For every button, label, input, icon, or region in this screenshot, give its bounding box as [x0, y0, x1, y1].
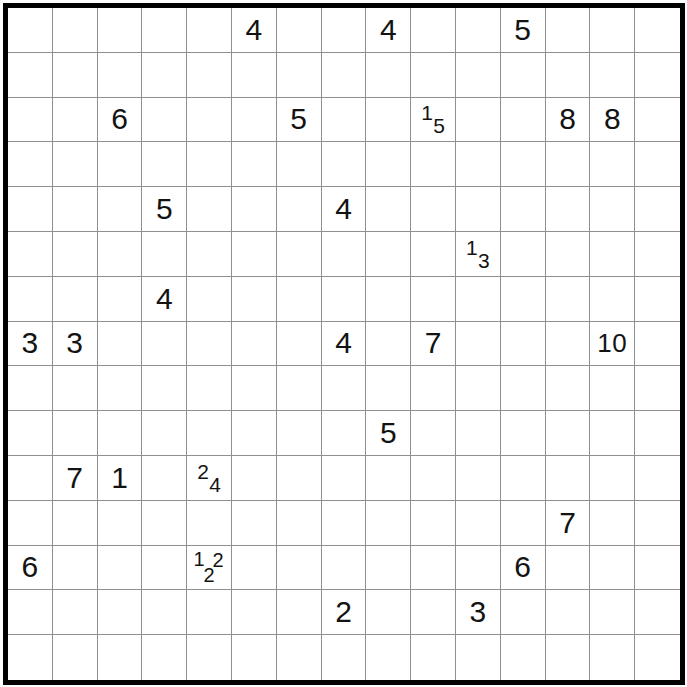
cell-r1-c7[interactable] — [322, 53, 367, 98]
cell-r10-c9[interactable] — [411, 456, 456, 501]
cell-r13-c5[interactable] — [232, 590, 277, 635]
cell-r4-c12[interactable] — [546, 187, 591, 232]
cell-r2-c8[interactable] — [366, 98, 411, 143]
cell-r2-c0[interactable] — [8, 98, 53, 143]
clue-digit: 7 — [66, 463, 83, 493]
cell-r0-c3[interactable] — [142, 8, 187, 53]
cell-r13-c3[interactable] — [142, 590, 187, 635]
cell-r9-c8[interactable]: 5 — [366, 411, 411, 456]
cell-r0-c4[interactable] — [187, 8, 232, 53]
cell-r14-c3[interactable] — [142, 635, 187, 680]
clue-digit: 8 — [604, 104, 621, 134]
cell-r5-c12[interactable] — [546, 232, 591, 277]
cell-r11-c2[interactable] — [98, 501, 143, 546]
cell-r1-c8[interactable] — [366, 53, 411, 98]
cell-r7-c6[interactable] — [277, 322, 322, 367]
cell-r4-c1[interactable] — [53, 187, 98, 232]
cell-r13-c13[interactable] — [590, 590, 635, 635]
cell-r14-c10[interactable] — [456, 635, 501, 680]
cell-r0-c14[interactable] — [635, 8, 680, 53]
cell-r11-c9[interactable] — [411, 501, 456, 546]
cell-r8-c11[interactable] — [501, 366, 546, 411]
clue-digit: 1 — [466, 236, 478, 257]
cell-r7-c12[interactable] — [546, 322, 591, 367]
clue-digit: 4 — [246, 15, 263, 45]
cell-r9-c1[interactable] — [53, 411, 98, 456]
clue-digit: 5 — [433, 115, 445, 136]
cell-r5-c5[interactable] — [232, 232, 277, 277]
cell-r2-c7[interactable] — [322, 98, 367, 143]
cell-r0-c12[interactable] — [546, 8, 591, 53]
cell-r8-c0[interactable] — [8, 366, 53, 411]
cell-r9-c6[interactable] — [277, 411, 322, 456]
cell-r6-c14[interactable] — [635, 277, 680, 322]
cell-r10-c10[interactable] — [456, 456, 501, 501]
cell-r4-c11[interactable] — [501, 187, 546, 232]
cell-r0-c13[interactable] — [590, 8, 635, 53]
cell-r2-c13[interactable]: 8 — [590, 98, 635, 143]
cell-r1-c3[interactable] — [142, 53, 187, 98]
cell-r9-c0[interactable] — [8, 411, 53, 456]
cell-r5-c4[interactable] — [187, 232, 232, 277]
cell-r6-c12[interactable] — [546, 277, 591, 322]
cell-r5-c8[interactable] — [366, 232, 411, 277]
cell-r7-c2[interactable] — [98, 322, 143, 367]
cell-r4-c9[interactable] — [411, 187, 456, 232]
cell-r13-c0[interactable] — [8, 590, 53, 635]
cell-r10-c11[interactable] — [501, 456, 546, 501]
cell-r9-c12[interactable] — [546, 411, 591, 456]
cell-r1-c6[interactable] — [277, 53, 322, 98]
cell-r10-c8[interactable] — [366, 456, 411, 501]
cell-r6-c8[interactable] — [366, 277, 411, 322]
cell-r3-c6[interactable] — [277, 142, 322, 187]
cell-r9-c3[interactable] — [142, 411, 187, 456]
cell-r0-c5[interactable]: 4 — [232, 8, 277, 53]
cell-r7-c0[interactable]: 3 — [8, 322, 53, 367]
cell-r10-c5[interactable] — [232, 456, 277, 501]
cell-r3-c0[interactable] — [8, 142, 53, 187]
cell-r9-c2[interactable] — [98, 411, 143, 456]
cell-r7-c11[interactable] — [501, 322, 546, 367]
cell-r8-c5[interactable] — [232, 366, 277, 411]
cell-r13-c9[interactable] — [411, 590, 456, 635]
cell-r12-c12[interactable] — [546, 546, 591, 591]
cell-r13-c14[interactable] — [635, 590, 680, 635]
cell-r14-c14[interactable] — [635, 635, 680, 680]
cell-r11-c0[interactable] — [8, 501, 53, 546]
cell-r10-c13[interactable] — [590, 456, 635, 501]
cell-r3-c11[interactable] — [501, 142, 546, 187]
cell-r3-c13[interactable] — [590, 142, 635, 187]
cell-r14-c0[interactable] — [8, 635, 53, 680]
cell-r6-c0[interactable] — [8, 277, 53, 322]
cell-r13-c10[interactable]: 3 — [456, 590, 501, 635]
cell-r13-c2[interactable] — [98, 590, 143, 635]
cell-r6-c7[interactable] — [322, 277, 367, 322]
cell-r14-c4[interactable] — [187, 635, 232, 680]
cell-r10-c3[interactable] — [142, 456, 187, 501]
cell-r11-c4[interactable] — [187, 501, 232, 546]
cell-r3-c1[interactable] — [53, 142, 98, 187]
cell-r14-c1[interactable] — [53, 635, 98, 680]
clue-digit: 4 — [156, 284, 173, 314]
cell-r2-c5[interactable] — [232, 98, 277, 143]
cell-r4-c13[interactable] — [590, 187, 635, 232]
cell-r5-c7[interactable] — [322, 232, 367, 277]
cell-r10-c0[interactable] — [8, 456, 53, 501]
clue-digit: 6 — [22, 552, 39, 582]
cell-r3-c12[interactable] — [546, 142, 591, 187]
cell-r14-c2[interactable] — [98, 635, 143, 680]
cell-r8-c10[interactable] — [456, 366, 501, 411]
cell-r2-c11[interactable] — [501, 98, 546, 143]
clue-digit: 3 — [22, 328, 39, 358]
cell-r4-c14[interactable] — [635, 187, 680, 232]
cell-r13-c6[interactable] — [277, 590, 322, 635]
cell-r1-c4[interactable] — [187, 53, 232, 98]
cell-r0-c0[interactable] — [8, 8, 53, 53]
cell-r9-c7[interactable] — [322, 411, 367, 456]
cell-r3-c3[interactable] — [142, 142, 187, 187]
cell-r12-c8[interactable] — [366, 546, 411, 591]
puzzle-board: 445651588541343347105712476122623 — [3, 3, 685, 685]
cell-r3-c7[interactable] — [322, 142, 367, 187]
cell-r6-c2[interactable] — [98, 277, 143, 322]
cell-r11-c13[interactable] — [590, 501, 635, 546]
cell-r3-c4[interactable] — [187, 142, 232, 187]
cell-r7-c7[interactable]: 4 — [322, 322, 367, 367]
cell-r14-c11[interactable] — [501, 635, 546, 680]
cell-r7-c10[interactable] — [456, 322, 501, 367]
cell-r5-c3[interactable] — [142, 232, 187, 277]
cell-r0-c8[interactable]: 4 — [366, 8, 411, 53]
clue-digit: 5 — [290, 104, 307, 134]
cell-r4-c3[interactable]: 5 — [142, 187, 187, 232]
cell-r9-c5[interactable] — [232, 411, 277, 456]
cell-r12-c7[interactable] — [322, 546, 367, 591]
cell-r1-c0[interactable] — [8, 53, 53, 98]
cell-r12-c11[interactable]: 6 — [501, 546, 546, 591]
cell-r5-c6[interactable] — [277, 232, 322, 277]
cell-r6-c9[interactable] — [411, 277, 456, 322]
cell-r8-c6[interactable] — [277, 366, 322, 411]
cell-r1-c10[interactable] — [456, 53, 501, 98]
cell-r1-c9[interactable] — [411, 53, 456, 98]
cell-r3-c2[interactable] — [98, 142, 143, 187]
cell-r12-c14[interactable] — [635, 546, 680, 591]
cell-r6-c13[interactable] — [590, 277, 635, 322]
cell-r10-c7[interactable] — [322, 456, 367, 501]
clue-digit: 3 — [470, 597, 487, 627]
cell-r2-c3[interactable] — [142, 98, 187, 143]
cell-r12-c3[interactable] — [142, 546, 187, 591]
cell-r12-c13[interactable] — [590, 546, 635, 591]
cell-r5-c11[interactable] — [501, 232, 546, 277]
cell-r2-c10[interactable] — [456, 98, 501, 143]
cell-r0-c9[interactable] — [411, 8, 456, 53]
cell-r2-c9[interactable]: 15 — [411, 98, 456, 143]
cell-r14-c7[interactable] — [322, 635, 367, 680]
clue-digit: 5 — [156, 194, 173, 224]
cell-r3-c14[interactable] — [635, 142, 680, 187]
cell-r4-c6[interactable] — [277, 187, 322, 232]
cell-r9-c4[interactable] — [187, 411, 232, 456]
cell-r1-c14[interactable] — [635, 53, 680, 98]
cell-r12-c0[interactable]: 6 — [8, 546, 53, 591]
cell-r2-c1[interactable] — [53, 98, 98, 143]
cell-r2-c6[interactable]: 5 — [277, 98, 322, 143]
cell-r4-c10[interactable] — [456, 187, 501, 232]
cell-r4-c7[interactable]: 4 — [322, 187, 367, 232]
cell-r0-c2[interactable] — [98, 8, 143, 53]
cell-r8-c2[interactable] — [98, 366, 143, 411]
cell-r11-c8[interactable] — [366, 501, 411, 546]
cell-r0-c1[interactable] — [53, 8, 98, 53]
cell-r11-c7[interactable] — [322, 501, 367, 546]
cell-r1-c12[interactable] — [546, 53, 591, 98]
cell-r0-c11[interactable]: 5 — [501, 8, 546, 53]
cell-r13-c7[interactable]: 2 — [322, 590, 367, 635]
cell-r8-c9[interactable] — [411, 366, 456, 411]
clue-digit: 6 — [111, 104, 128, 134]
cell-r2-c12[interactable]: 8 — [546, 98, 591, 143]
cell-r14-c9[interactable] — [411, 635, 456, 680]
cell-r13-c4[interactable] — [187, 590, 232, 635]
clue-digit: 5 — [380, 418, 397, 448]
cell-r10-c4[interactable]: 24 — [187, 456, 232, 501]
cell-r8-c4[interactable] — [187, 366, 232, 411]
cell-r4-c0[interactable] — [8, 187, 53, 232]
cell-r7-c9[interactable]: 7 — [411, 322, 456, 367]
cell-r0-c10[interactable] — [456, 8, 501, 53]
cell-r11-c12[interactable]: 7 — [546, 501, 591, 546]
cell-r12-c1[interactable] — [53, 546, 98, 591]
cell-r11-c11[interactable] — [501, 501, 546, 546]
clue-digit: 7 — [559, 508, 576, 538]
cell-r12-c4[interactable]: 122 — [187, 546, 232, 591]
cell-r8-c14[interactable] — [635, 366, 680, 411]
cell-r2-c4[interactable] — [187, 98, 232, 143]
cell-r10-c14[interactable] — [635, 456, 680, 501]
cell-r12-c2[interactable] — [98, 546, 143, 591]
clue-digit: 4 — [209, 473, 221, 494]
cell-r13-c1[interactable] — [53, 590, 98, 635]
cell-r8-c13[interactable] — [590, 366, 635, 411]
cell-r6-c1[interactable] — [53, 277, 98, 322]
clue-digit: 5 — [514, 15, 531, 45]
cell-r6-c3[interactable]: 4 — [142, 277, 187, 322]
cell-r6-c6[interactable] — [277, 277, 322, 322]
cell-r13-c8[interactable] — [366, 590, 411, 635]
cell-r4-c8[interactable] — [366, 187, 411, 232]
cell-r12-c5[interactable] — [232, 546, 277, 591]
cell-r2-c2[interactable]: 6 — [98, 98, 143, 143]
cell-r8-c3[interactable] — [142, 366, 187, 411]
clue-digit: 3 — [478, 249, 490, 270]
cell-r7-c4[interactable] — [187, 322, 232, 367]
cell-r3-c10[interactable] — [456, 142, 501, 187]
cell-r11-c1[interactable] — [53, 501, 98, 546]
cell-r14-c8[interactable] — [366, 635, 411, 680]
cell-r3-c8[interactable] — [366, 142, 411, 187]
clue-digit: 7 — [425, 328, 442, 358]
cell-r12-c9[interactable] — [411, 546, 456, 591]
cell-r13-c12[interactable] — [546, 590, 591, 635]
cell-r5-c1[interactable] — [53, 232, 98, 277]
cell-r1-c1[interactable] — [53, 53, 98, 98]
clue-digit: 2 — [335, 597, 352, 627]
cell-r6-c4[interactable] — [187, 277, 232, 322]
cell-r4-c5[interactable] — [232, 187, 277, 232]
clue-digit: 2 — [213, 550, 224, 570]
cell-r3-c9[interactable] — [411, 142, 456, 187]
clue-digit: 8 — [559, 104, 576, 134]
cell-r8-c8[interactable] — [366, 366, 411, 411]
cell-r9-c11[interactable] — [501, 411, 546, 456]
cell-r9-c10[interactable] — [456, 411, 501, 456]
clue-digit: 4 — [335, 194, 352, 224]
clue-digit: 3 — [66, 328, 83, 358]
cell-r7-c3[interactable] — [142, 322, 187, 367]
cell-r14-c12[interactable] — [546, 635, 591, 680]
cell-r0-c6[interactable] — [277, 8, 322, 53]
cell-r10-c6[interactable] — [277, 456, 322, 501]
cell-r7-c13[interactable]: 10 — [590, 322, 635, 367]
cell-r2-c14[interactable] — [635, 98, 680, 143]
cell-r9-c9[interactable] — [411, 411, 456, 456]
cell-r10-c2[interactable]: 1 — [98, 456, 143, 501]
cell-r9-c13[interactable] — [590, 411, 635, 456]
cell-r12-c6[interactable] — [277, 546, 322, 591]
cell-r0-c7[interactable] — [322, 8, 367, 53]
cell-r11-c14[interactable] — [635, 501, 680, 546]
clue-digit: 4 — [380, 15, 397, 45]
cell-r7-c8[interactable] — [366, 322, 411, 367]
clue-digit: 2 — [197, 460, 209, 481]
cell-r1-c5[interactable] — [232, 53, 277, 98]
cell-r4-c4[interactable] — [187, 187, 232, 232]
cell-r9-c14[interactable] — [635, 411, 680, 456]
cell-r6-c5[interactable] — [232, 277, 277, 322]
clue-digit: 1 — [111, 463, 128, 493]
cell-r4-c2[interactable] — [98, 187, 143, 232]
cell-r3-c5[interactable] — [232, 142, 277, 187]
cell-r14-c13[interactable] — [590, 635, 635, 680]
cell-r14-c5[interactable] — [232, 635, 277, 680]
cell-r1-c11[interactable] — [501, 53, 546, 98]
cell-r5-c10[interactable]: 13 — [456, 232, 501, 277]
cell-r5-c9[interactable] — [411, 232, 456, 277]
cell-r11-c6[interactable] — [277, 501, 322, 546]
clue-digit: 10 — [597, 330, 627, 356]
cell-r6-c11[interactable] — [501, 277, 546, 322]
cell-r14-c6[interactable] — [277, 635, 322, 680]
cell-r8-c12[interactable] — [546, 366, 591, 411]
cell-r11-c3[interactable] — [142, 501, 187, 546]
cell-r7-c1[interactable]: 3 — [53, 322, 98, 367]
cell-r10-c12[interactable] — [546, 456, 591, 501]
clue-digit: 4 — [335, 328, 352, 358]
cell-r7-c14[interactable] — [635, 322, 680, 367]
cell-r12-c10[interactable] — [456, 546, 501, 591]
cell-r6-c10[interactable] — [456, 277, 501, 322]
cell-r13-c11[interactable] — [501, 590, 546, 635]
cell-r11-c10[interactable] — [456, 501, 501, 546]
cell-r11-c5[interactable] — [232, 501, 277, 546]
cell-r1-c2[interactable] — [98, 53, 143, 98]
cell-r5-c0[interactable] — [8, 232, 53, 277]
cell-r10-c1[interactable]: 7 — [53, 456, 98, 501]
cell-r8-c7[interactable] — [322, 366, 367, 411]
cell-r1-c13[interactable] — [590, 53, 635, 98]
cell-r5-c13[interactable] — [590, 232, 635, 277]
clue-digit: 6 — [514, 552, 531, 582]
cell-r5-c2[interactable] — [98, 232, 143, 277]
cell-r8-c1[interactable] — [53, 366, 98, 411]
clue-digit: 1 — [421, 102, 433, 123]
cell-r7-c5[interactable] — [232, 322, 277, 367]
cell-r5-c14[interactable] — [635, 232, 680, 277]
